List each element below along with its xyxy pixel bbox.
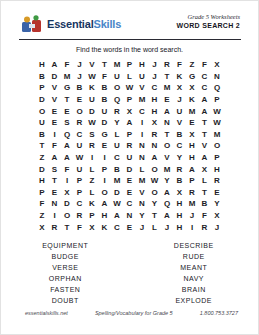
grid-cell: S <box>61 117 74 129</box>
grid-cell: E <box>73 94 86 106</box>
grid-cell: W <box>123 82 136 94</box>
grid-cell: U <box>136 71 149 83</box>
grid-cell: A <box>61 152 74 164</box>
grid-cell: V <box>136 187 149 199</box>
word-search-grid: HAFJVTMPHJRFZFXBDMJWFULUJTKGCNPVGBKBOWVC… <box>36 59 224 233</box>
grid-cell: O <box>111 82 124 94</box>
grid-cell: I <box>98 152 111 164</box>
grid-cell: P <box>86 210 99 222</box>
grid-cell: X <box>198 163 211 175</box>
grid-cell: J <box>186 210 199 222</box>
grid-cell: J <box>173 94 186 106</box>
grid-cell: E <box>48 187 61 199</box>
header-divider <box>19 39 241 40</box>
grid-cell: N <box>123 210 136 222</box>
brand-logo-block: EssentialSkills <box>21 15 121 33</box>
grid-cell: H <box>186 152 199 164</box>
word-item: ORPHAN <box>1 273 130 284</box>
word-item: BUDGE <box>1 251 130 262</box>
word-list: EQUIPMENTBUDGEVERSEORPHANFASTENDOUBT DES… <box>1 240 258 306</box>
grid-cell: O <box>98 187 111 199</box>
grid-cell: J <box>136 221 149 233</box>
grid-cell: K <box>86 82 99 94</box>
grid-cell: A <box>111 210 124 222</box>
worksheet-header: EssentialSkills Grade 5 Worksheets WORD … <box>21 12 240 38</box>
grid-cell: I <box>186 221 199 233</box>
grid-cell: X <box>61 187 74 199</box>
grid-cell: W <box>111 198 124 210</box>
grid-cell: H <box>148 94 161 106</box>
grid-cell: U <box>111 140 124 152</box>
grid-cell: O <box>61 210 74 222</box>
grid-cell: F <box>61 59 74 71</box>
grid-cell: Y <box>136 210 149 222</box>
grid-cell: V <box>48 94 61 106</box>
grid-cell: H <box>211 163 224 175</box>
grid-cell: T <box>61 221 74 233</box>
grid-cell: F <box>61 163 74 175</box>
grid-cell: R <box>198 221 211 233</box>
grid-cell: D <box>48 71 61 83</box>
grid-cell: A <box>48 152 61 164</box>
grid-cell: V <box>136 82 149 94</box>
grid-cell: I <box>61 175 74 187</box>
grid-cell: J <box>161 221 174 233</box>
grid-cell: C <box>73 129 86 141</box>
grid-cell: I <box>136 129 149 141</box>
brand-word-essential: Essential <box>47 18 94 30</box>
grid-cell: L <box>111 129 124 141</box>
grid-cell: F <box>173 59 186 71</box>
grid-cell: L <box>123 71 136 83</box>
grid-cell: W <box>211 117 224 129</box>
grid-cell: P <box>186 175 199 187</box>
grid-cell: U <box>173 105 186 117</box>
grid-cell: B <box>36 129 49 141</box>
grid-cell: O <box>148 187 161 199</box>
grid-cell: X <box>211 59 224 71</box>
grid-cell: J <box>148 59 161 71</box>
grid-cell: E <box>61 105 74 117</box>
grid-cell: E <box>211 187 224 199</box>
grid-cell: B <box>98 94 111 106</box>
grid-cell: M <box>136 175 149 187</box>
grid-cell: W <box>73 152 86 164</box>
grid-cell: C <box>198 82 211 94</box>
grid-cell: G <box>186 71 199 83</box>
grid-cell: S <box>86 129 99 141</box>
grid-cell: X <box>173 187 186 199</box>
grid-cell: O <box>148 163 161 175</box>
grid-cell: F <box>98 71 111 83</box>
grid-cell: U <box>123 152 136 164</box>
grid-cell: I <box>136 117 149 129</box>
grid-cell: X <box>186 129 199 141</box>
grid-cell: A <box>198 152 211 164</box>
grid-cell: Q <box>111 94 124 106</box>
grade-line: Grade 5 Worksheets <box>177 12 240 21</box>
grid-cell: A <box>123 117 136 129</box>
grid-cell: Q <box>211 82 224 94</box>
grid-cell: V <box>198 140 211 152</box>
grid-cell: E <box>98 140 111 152</box>
grid-cell: B <box>111 163 124 175</box>
grid-cell: R <box>161 59 174 71</box>
grid-cell: P <box>123 59 136 71</box>
grid-cell: Y <box>173 152 186 164</box>
grid-cell: R <box>186 187 199 199</box>
page-footer: essentialskills.net Spelling/Vocabulary … <box>25 310 238 316</box>
grid-cell: M <box>186 198 199 210</box>
grid-cell: C <box>73 198 86 210</box>
grid-cell: E <box>48 105 61 117</box>
grid-cell: E <box>123 175 136 187</box>
page-title: WORD SEARCH 2 <box>177 21 240 30</box>
grid-cell: D <box>36 163 49 175</box>
grid-cell: Y <box>211 198 224 210</box>
footer-center-text: Spelling/Vocabulary for Grade 5 <box>95 310 173 316</box>
grid-cell: F <box>48 140 61 152</box>
grid-cell: M <box>186 105 199 117</box>
grid-cell: U <box>86 94 99 106</box>
grid-cell: R <box>73 210 86 222</box>
grid-cell: D <box>123 163 136 175</box>
grid-cell: W <box>211 105 224 117</box>
grid-cell: P <box>36 187 49 199</box>
grid-cell: J <box>148 71 161 83</box>
grid-cell: K <box>86 198 99 210</box>
grid-cell: C <box>123 198 136 210</box>
grid-cell: E <box>123 187 136 199</box>
grid-cell: H <box>148 105 161 117</box>
word-item: RUDE <box>130 251 259 262</box>
grid-cell: U <box>73 163 86 175</box>
grid-cell: C <box>111 152 124 164</box>
grid-cell: Z <box>186 59 199 71</box>
grid-cell: I <box>86 152 99 164</box>
grid-cell: B <box>73 82 86 94</box>
grid-cell: B <box>173 129 186 141</box>
grid-cell: L <box>148 221 161 233</box>
grid-cell: Y <box>161 175 174 187</box>
grid-cell: T <box>98 59 111 71</box>
grid-cell: K <box>98 221 111 233</box>
grid-cell: T <box>198 187 211 199</box>
word-list-left-column: EQUIPMENTBUDGEVERSEORPHANFASTENDOUBT <box>1 240 130 306</box>
word-item: FASTEN <box>1 284 130 295</box>
grid-cell: W <box>86 117 99 129</box>
grid-cell: Q <box>61 129 74 141</box>
grid-cell: E <box>48 117 61 129</box>
grid-cell: H <box>173 198 186 210</box>
grid-cell: M <box>161 163 174 175</box>
essentialskills-logo-icon <box>21 15 43 33</box>
grid-cell: P <box>211 94 224 106</box>
grid-cell: R <box>211 175 224 187</box>
grid-cell: D <box>98 117 111 129</box>
grid-cell: Q <box>161 198 174 210</box>
grid-cell: N <box>136 152 149 164</box>
grid-cell: U <box>98 105 111 117</box>
grid-cell: X <box>86 221 99 233</box>
grid-cell: P <box>73 175 86 187</box>
grid-cell: K <box>173 71 186 83</box>
grid-cell: R <box>73 117 86 129</box>
grid-cell: E <box>161 94 174 106</box>
grid-cell: T <box>148 210 161 222</box>
grid-cell: H <box>98 210 111 222</box>
grid-cell: D <box>86 105 99 117</box>
grid-cell: X <box>186 82 199 94</box>
grid-cell: A <box>198 105 211 117</box>
grid-cell: L <box>86 163 99 175</box>
grid-cell: L <box>86 187 99 199</box>
grid-cell: R <box>111 105 124 117</box>
grid-cell: F <box>198 210 211 222</box>
brand-name: EssentialSkills <box>47 18 121 30</box>
grid-cell: P <box>123 129 136 141</box>
grid-cell: N <box>48 198 61 210</box>
grid-cell: N <box>211 71 224 83</box>
grid-cell: D <box>36 94 49 106</box>
word-item: BRAIN <box>130 284 259 295</box>
grid-cell: L <box>136 163 149 175</box>
grid-cell: X <box>173 82 186 94</box>
grid-cell: J <box>73 71 86 83</box>
grid-cell: O <box>161 140 174 152</box>
grid-cell: D <box>61 198 74 210</box>
grid-cell: C <box>148 82 161 94</box>
brand-word-skills: Skills <box>94 18 122 30</box>
grid-cell: M <box>111 175 124 187</box>
grid-cell: M <box>161 82 174 94</box>
grid-cell: I <box>98 175 111 187</box>
grid-cell: K <box>186 94 199 106</box>
grid-cell: N <box>148 140 161 152</box>
grid-cell: R <box>123 140 136 152</box>
grid-cell: H <box>186 140 199 152</box>
grid-cell: U <box>111 71 124 83</box>
grid-cell: W <box>86 71 99 83</box>
grid-cell: I <box>48 210 61 222</box>
grid-cell: A <box>148 152 161 164</box>
word-item: MEANT <box>130 262 259 273</box>
grid-cell: P <box>73 187 86 199</box>
grid-cell: Y <box>111 117 124 129</box>
footer-right-text: 1.800.753.3727 <box>200 310 238 316</box>
grid-cell: F <box>36 198 49 210</box>
grid-cell: U <box>73 140 86 152</box>
grid-cell: A <box>161 105 174 117</box>
grid-cell: J <box>211 221 224 233</box>
word-item: DOUBT <box>1 295 130 306</box>
grid-cell: V <box>173 117 186 129</box>
grid-cell: T <box>198 129 211 141</box>
word-item: EXPLODE <box>130 295 259 306</box>
grid-cell: V <box>48 82 61 94</box>
header-right-block: Grade 5 Worksheets WORD SEARCH 2 <box>177 12 240 30</box>
word-list-right-column: DESCRIBERUDEMEANTNAVYBRAINEXPLODE <box>130 240 259 306</box>
grid-cell: E <box>186 117 199 129</box>
word-item: VERSE <box>1 262 130 273</box>
grid-cell: W <box>148 175 161 187</box>
grid-cell: R <box>86 140 99 152</box>
grid-cell: P <box>123 94 136 106</box>
grid-cell: B <box>36 71 49 83</box>
grid-cell: R <box>173 163 186 175</box>
instruction-text: Find the words in the word search. <box>1 46 258 53</box>
grid-cell: P <box>98 163 111 175</box>
grid-cell: O <box>36 105 49 117</box>
grid-cell: C <box>136 105 149 117</box>
grid-cell: T <box>36 140 49 152</box>
grid-cell: T <box>48 175 61 187</box>
grid-cell: J <box>73 59 86 71</box>
grid-cell: T <box>161 71 174 83</box>
grid-cell: B <box>198 198 211 210</box>
word-item: NAVY <box>130 273 259 284</box>
grid-cell: S <box>48 163 61 175</box>
grid-cell: I <box>48 129 61 141</box>
grid-cell: A <box>98 198 111 210</box>
grid-cell: O <box>211 140 224 152</box>
grid-cell: O <box>73 105 86 117</box>
grid-cell: A <box>198 94 211 106</box>
grid-cell: T <box>198 117 211 129</box>
grid-cell: V <box>161 152 174 164</box>
grid-cell: M <box>136 94 149 106</box>
grid-cell: H <box>136 59 149 71</box>
footer-left-text: essentialskills.net <box>25 310 68 316</box>
word-item: EQUIPMENT <box>1 240 130 251</box>
grid-cell: B <box>98 82 111 94</box>
grid-cell: V <box>86 59 99 71</box>
grid-cell: N <box>136 140 149 152</box>
grid-cell: H <box>36 59 49 71</box>
grid-cell: R <box>148 129 161 141</box>
grid-cell: N <box>136 198 149 210</box>
grid-cell: A <box>48 59 61 71</box>
grid-cell: Z <box>86 175 99 187</box>
grid-cell: A <box>161 210 174 222</box>
grid-cell: U <box>36 117 49 129</box>
grid-cell: H <box>173 221 186 233</box>
grid-cell: X <box>148 117 161 129</box>
worksheet-page: { "game": "word-search", "header": { "br… <box>0 0 259 335</box>
grid-cell: C <box>198 71 211 83</box>
grid-cell: H <box>173 210 186 222</box>
grid-cell: E <box>123 221 136 233</box>
grid-cell: F <box>73 221 86 233</box>
grid-cell: T <box>61 94 74 106</box>
grid-cell: P <box>211 152 224 164</box>
grid-cell: A <box>161 187 174 199</box>
grid-cell: Y <box>148 198 161 210</box>
grid-cell: B <box>173 175 186 187</box>
word-item: DESCRIBE <box>130 240 259 251</box>
grid-cell: X <box>36 221 49 233</box>
grid-cell: X <box>211 210 224 222</box>
grid-cell: M <box>61 71 74 83</box>
grid-cell: L <box>198 175 211 187</box>
grid-cell: R <box>48 221 61 233</box>
grid-cell: H <box>36 175 49 187</box>
grid-cell: F <box>198 59 211 71</box>
grid-cell: X <box>123 105 136 117</box>
grid-cell: G <box>61 82 74 94</box>
grid-cell: G <box>98 129 111 141</box>
grid-cell: M <box>111 59 124 71</box>
grid-cell: A <box>61 140 74 152</box>
grid-cell: T <box>161 129 174 141</box>
grid-cell: P <box>36 82 49 94</box>
grid-cell: Z <box>36 152 49 164</box>
grid-cell: M <box>211 129 224 141</box>
grid-cell: C <box>173 140 186 152</box>
grid-cell: A <box>186 163 199 175</box>
grid-cell: Z <box>36 210 49 222</box>
grid-cell: N <box>161 117 174 129</box>
grid-cell: C <box>111 221 124 233</box>
grid-cell: D <box>111 187 124 199</box>
